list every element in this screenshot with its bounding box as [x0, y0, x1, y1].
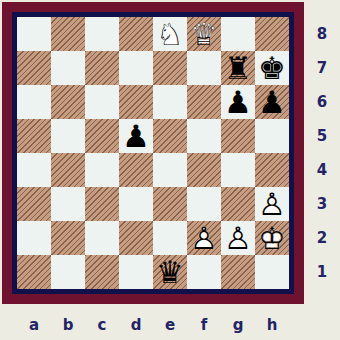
square-e6[interactable]: [153, 85, 187, 119]
piece-glyph-outline: ♘: [153, 17, 187, 51]
square-g6[interactable]: ♟: [221, 85, 255, 119]
square-c5[interactable]: [85, 119, 119, 153]
square-d5[interactable]: ♟: [119, 119, 153, 153]
square-e1[interactable]: ♛: [153, 255, 187, 289]
square-b6[interactable]: [51, 85, 85, 119]
square-d2[interactable]: [119, 221, 153, 255]
square-g8[interactable]: [221, 17, 255, 51]
square-f7[interactable]: [187, 51, 221, 85]
piece-glyph-outline: ♔: [255, 221, 289, 255]
piece-glyph-outline: ♙: [255, 187, 289, 221]
white-pawn-f2[interactable]: ♟♙: [187, 221, 221, 255]
white-queen-f8[interactable]: ♛♕: [187, 17, 221, 51]
file-label-d: d: [119, 313, 153, 337]
square-b2[interactable]: [51, 221, 85, 255]
square-g5[interactable]: [221, 119, 255, 153]
black-pawn-g6[interactable]: ♟: [221, 85, 255, 119]
square-a6[interactable]: [17, 85, 51, 119]
rank-label-4: 4: [308, 153, 336, 187]
square-e2[interactable]: [153, 221, 187, 255]
file-label-g: g: [221, 313, 255, 337]
piece-glyph: ♜: [221, 51, 255, 85]
square-a4[interactable]: [17, 153, 51, 187]
square-c3[interactable]: [85, 187, 119, 221]
black-pawn-h6[interactable]: ♟: [255, 85, 289, 119]
square-h5[interactable]: [255, 119, 289, 153]
black-king-h7[interactable]: ♚: [255, 51, 289, 85]
square-d8[interactable]: [119, 17, 153, 51]
white-pawn-h3[interactable]: ♟♙: [255, 187, 289, 221]
rank-label-8: 8: [308, 17, 336, 51]
square-c8[interactable]: [85, 17, 119, 51]
file-label-a: a: [17, 313, 51, 337]
square-h4[interactable]: [255, 153, 289, 187]
piece-glyph-outline: ♕: [187, 17, 221, 51]
white-king-h2[interactable]: ♚♔: [255, 221, 289, 255]
square-f1[interactable]: [187, 255, 221, 289]
square-f8[interactable]: ♛♕: [187, 17, 221, 51]
chess-board[interactable]: ♞♘♛♕♜♚♟♟♟♟♙♟♙♟♙♚♔♛: [17, 17, 289, 289]
square-g2[interactable]: ♟♙: [221, 221, 255, 255]
square-g1[interactable]: [221, 255, 255, 289]
square-h1[interactable]: [255, 255, 289, 289]
file-label-c: c: [85, 313, 119, 337]
square-f2[interactable]: ♟♙: [187, 221, 221, 255]
square-a3[interactable]: [17, 187, 51, 221]
board-inner-border: ♞♘♛♕♜♚♟♟♟♟♙♟♙♟♙♚♔♛: [12, 12, 294, 294]
square-d4[interactable]: [119, 153, 153, 187]
rank-label-7: 7: [308, 51, 336, 85]
white-knight-e8[interactable]: ♞♘: [153, 17, 187, 51]
square-e8[interactable]: ♞♘: [153, 17, 187, 51]
square-d6[interactable]: [119, 85, 153, 119]
piece-glyph: ♚: [255, 51, 289, 85]
square-c1[interactable]: [85, 255, 119, 289]
square-h7[interactable]: ♚: [255, 51, 289, 85]
square-e3[interactable]: [153, 187, 187, 221]
square-a2[interactable]: [17, 221, 51, 255]
square-b3[interactable]: [51, 187, 85, 221]
square-a5[interactable]: [17, 119, 51, 153]
square-c6[interactable]: [85, 85, 119, 119]
rank-label-1: 1: [308, 255, 336, 289]
rank-label-5: 5: [308, 119, 336, 153]
square-h8[interactable]: [255, 17, 289, 51]
piece-glyph: ♟: [119, 119, 153, 153]
square-g4[interactable]: [221, 153, 255, 187]
square-e5[interactable]: [153, 119, 187, 153]
file-label-f: f: [187, 313, 221, 337]
square-b8[interactable]: [51, 17, 85, 51]
square-e4[interactable]: [153, 153, 187, 187]
white-pawn-g2[interactable]: ♟♙: [221, 221, 255, 255]
square-c2[interactable]: [85, 221, 119, 255]
square-h2[interactable]: ♚♔: [255, 221, 289, 255]
piece-glyph: ♟: [255, 85, 289, 119]
square-f6[interactable]: [187, 85, 221, 119]
square-c7[interactable]: [85, 51, 119, 85]
square-f5[interactable]: [187, 119, 221, 153]
square-d7[interactable]: [119, 51, 153, 85]
square-g7[interactable]: ♜: [221, 51, 255, 85]
piece-glyph-outline: ♙: [187, 221, 221, 255]
square-d1[interactable]: [119, 255, 153, 289]
rank-label-3: 3: [308, 187, 336, 221]
chess-board-frame: ♞♘♛♕♜♚♟♟♟♟♙♟♙♟♙♚♔♛: [2, 2, 304, 304]
rank-label-6: 6: [308, 85, 336, 119]
square-b7[interactable]: [51, 51, 85, 85]
square-b4[interactable]: [51, 153, 85, 187]
square-c4[interactable]: [85, 153, 119, 187]
black-rook-g7[interactable]: ♜: [221, 51, 255, 85]
square-f3[interactable]: [187, 187, 221, 221]
square-d3[interactable]: [119, 187, 153, 221]
square-a7[interactable]: [17, 51, 51, 85]
rank-label-2: 2: [308, 221, 336, 255]
square-a8[interactable]: [17, 17, 51, 51]
black-pawn-d5[interactable]: ♟: [119, 119, 153, 153]
file-label-b: b: [51, 313, 85, 337]
square-b1[interactable]: [51, 255, 85, 289]
black-queen-e1[interactable]: ♛: [153, 255, 187, 289]
file-label-e: e: [153, 313, 187, 337]
file-label-h: h: [255, 313, 289, 337]
square-h6[interactable]: ♟: [255, 85, 289, 119]
square-f4[interactable]: [187, 153, 221, 187]
square-e7[interactable]: [153, 51, 187, 85]
piece-glyph: ♟: [221, 85, 255, 119]
piece-glyph: ♛: [153, 255, 187, 289]
square-b5[interactable]: [51, 119, 85, 153]
square-h3[interactable]: ♟♙: [255, 187, 289, 221]
square-a1[interactable]: [17, 255, 51, 289]
piece-glyph-outline: ♙: [221, 221, 255, 255]
square-g3[interactable]: [221, 187, 255, 221]
